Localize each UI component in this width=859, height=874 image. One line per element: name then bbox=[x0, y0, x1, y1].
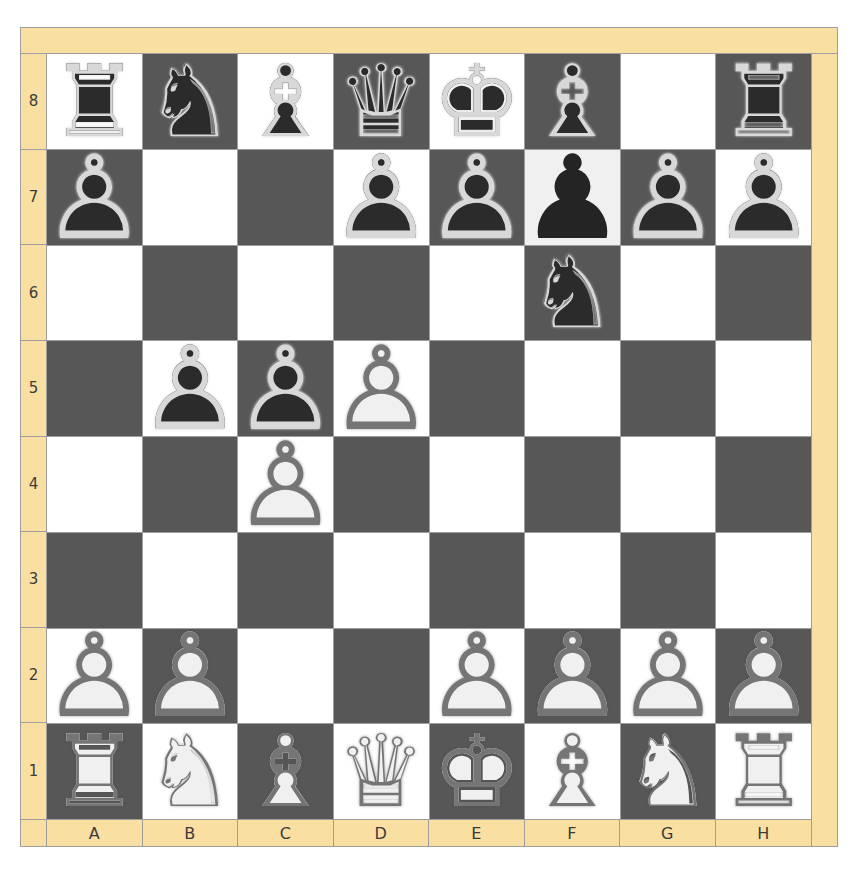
king-outline-glyph: ♔ bbox=[430, 54, 525, 149]
black-knight[interactable]: ♞♘ bbox=[525, 246, 620, 341]
pawn-glyph: ♟ bbox=[716, 150, 811, 245]
white-rook[interactable]: ♜♖ bbox=[716, 724, 811, 819]
square-a7[interactable]: ♟♙ bbox=[47, 150, 142, 245]
square-d5[interactable]: ♟♙ bbox=[334, 341, 429, 436]
square-g4[interactable] bbox=[621, 437, 716, 532]
pawn-outline-glyph: ♙ bbox=[47, 150, 142, 245]
file-label-e: E bbox=[429, 820, 525, 846]
white-pawn[interactable]: ♟♙ bbox=[334, 341, 429, 436]
rook-outline-glyph: ♖ bbox=[716, 54, 811, 149]
square-c4[interactable]: ♟♙ bbox=[238, 437, 333, 532]
pawn-glyph: ♟ bbox=[143, 341, 238, 436]
pawn-outline-glyph: ♙ bbox=[525, 629, 620, 724]
square-g8[interactable] bbox=[621, 54, 716, 149]
knight-glyph: ♞ bbox=[621, 724, 716, 819]
bishop-outline-glyph: ♗ bbox=[525, 54, 620, 149]
rook-glyph: ♜ bbox=[47, 54, 142, 149]
pawn-glyph: ♟ bbox=[143, 629, 238, 724]
pawn-glyph: ♟ bbox=[334, 341, 429, 436]
rank-label-7: 7 bbox=[21, 150, 46, 246]
black-rook[interactable]: ♜♖ bbox=[716, 54, 811, 149]
pawn-glyph: ♟ bbox=[525, 150, 620, 245]
white-rook[interactable]: ♜♖ bbox=[47, 724, 142, 819]
square-g3[interactable] bbox=[621, 533, 716, 628]
pawn-glyph: ♟ bbox=[47, 629, 142, 724]
pawn-glyph: ♟ bbox=[621, 150, 716, 245]
chess-board: ♜♖♞♘♝♗♛♕♚♔♝♗♜♖♟♙♟♙♟♙♟♟♙♟♙♞♘♟♙♟♙♟♙♟♙♟♙♟♙♟… bbox=[47, 54, 811, 819]
square-c7[interactable] bbox=[238, 150, 333, 245]
bishop-outline-glyph: ♗ bbox=[238, 54, 333, 149]
square-a8[interactable]: ♜♖ bbox=[47, 54, 142, 149]
white-bishop[interactable]: ♝♗ bbox=[238, 724, 333, 819]
black-pawn[interactable]: ♟♙ bbox=[238, 341, 333, 436]
king-outline-glyph: ♔ bbox=[430, 724, 525, 819]
square-a1[interactable]: ♜♖ bbox=[47, 724, 142, 819]
rank-label-3: 3 bbox=[21, 532, 46, 628]
file-label-h: H bbox=[716, 820, 812, 846]
king-glyph: ♚ bbox=[430, 54, 525, 149]
square-e5[interactable] bbox=[430, 341, 525, 436]
square-e6[interactable] bbox=[430, 246, 525, 341]
black-king[interactable]: ♚♔ bbox=[430, 54, 525, 149]
pawn-outline-glyph: ♙ bbox=[334, 150, 429, 245]
pawn-outline-glyph: ♙ bbox=[430, 150, 525, 245]
square-e1[interactable]: ♚♔ bbox=[430, 724, 525, 819]
square-h2[interactable]: ♟♙ bbox=[716, 629, 811, 724]
pawn-outline-glyph: ♙ bbox=[621, 150, 716, 245]
black-pawn[interactable]: ♟♙ bbox=[430, 150, 525, 245]
file-label-c: C bbox=[238, 820, 334, 846]
bishop-glyph: ♝ bbox=[238, 54, 333, 149]
frame-top-strip bbox=[21, 28, 837, 54]
pawn-outline-glyph: ♙ bbox=[238, 341, 333, 436]
square-b2[interactable]: ♟♙ bbox=[143, 629, 238, 724]
bishop-outline-glyph: ♗ bbox=[525, 724, 620, 819]
pawn-glyph: ♟ bbox=[430, 150, 525, 245]
file-label-d: D bbox=[334, 820, 430, 846]
white-pawn[interactable]: ♟♙ bbox=[716, 629, 811, 724]
square-d3[interactable] bbox=[334, 533, 429, 628]
square-g6[interactable] bbox=[621, 246, 716, 341]
square-b7[interactable] bbox=[143, 150, 238, 245]
rook-glyph: ♜ bbox=[716, 724, 811, 819]
square-b8[interactable]: ♞♘ bbox=[143, 54, 238, 149]
pawn-glyph: ♟ bbox=[430, 629, 525, 724]
square-b3[interactable] bbox=[143, 533, 238, 628]
pawn-glyph: ♟ bbox=[525, 629, 620, 724]
square-c3[interactable] bbox=[238, 533, 333, 628]
pawn-outline-glyph: ♙ bbox=[334, 341, 429, 436]
bishop-outline-glyph: ♗ bbox=[238, 724, 333, 819]
rook-outline-glyph: ♖ bbox=[716, 724, 811, 819]
knight-glyph: ♞ bbox=[143, 54, 238, 149]
rook-glyph: ♜ bbox=[716, 54, 811, 149]
pawn-outline-glyph: ♙ bbox=[238, 437, 333, 532]
rank-label-5: 5 bbox=[21, 341, 46, 437]
square-h7[interactable]: ♟♙ bbox=[716, 150, 811, 245]
rank-label-8: 8 bbox=[21, 54, 46, 150]
king-glyph: ♚ bbox=[430, 724, 525, 819]
square-a4[interactable] bbox=[47, 437, 142, 532]
pawn-outline-glyph: ♙ bbox=[716, 629, 811, 724]
pawn-outline-glyph: ♙ bbox=[47, 629, 142, 724]
knight-outline-glyph: ♘ bbox=[143, 724, 238, 819]
white-knight[interactable]: ♞♘ bbox=[621, 724, 716, 819]
square-e4[interactable] bbox=[430, 437, 525, 532]
white-pawn[interactable]: ♟♙ bbox=[621, 629, 716, 724]
rank-label-4: 4 bbox=[21, 437, 46, 533]
square-f2[interactable]: ♟♙ bbox=[525, 629, 620, 724]
square-h3[interactable] bbox=[716, 533, 811, 628]
square-b1[interactable]: ♞♘ bbox=[143, 724, 238, 819]
square-d6[interactable] bbox=[334, 246, 429, 341]
black-bishop[interactable]: ♝♗ bbox=[525, 54, 620, 149]
square-d1[interactable]: ♛♕ bbox=[334, 724, 429, 819]
square-f6[interactable]: ♞♘ bbox=[525, 246, 620, 341]
square-c1[interactable]: ♝♗ bbox=[238, 724, 333, 819]
frame-bottom-left-corner bbox=[21, 819, 47, 846]
white-king[interactable]: ♚♔ bbox=[430, 724, 525, 819]
file-labels: ABCDEFGH bbox=[47, 819, 811, 846]
black-pawn[interactable]: ♟♙ bbox=[47, 150, 142, 245]
queen-glyph: ♛ bbox=[334, 54, 429, 149]
queen-outline-glyph: ♕ bbox=[334, 724, 429, 819]
square-h4[interactable] bbox=[716, 437, 811, 532]
square-b4[interactable] bbox=[143, 437, 238, 532]
pawn-glyph: ♟ bbox=[47, 150, 142, 245]
board-frame: 87654321 ♜♖♞♘♝♗♛♕♚♔♝♗♜♖♟♙♟♙♟♙♟♟♙♟♙♞♘♟♙♟♙… bbox=[20, 27, 838, 847]
white-pawn[interactable]: ♟♙ bbox=[47, 629, 142, 724]
white-knight[interactable]: ♞♘ bbox=[143, 724, 238, 819]
frame-right-strip bbox=[811, 54, 837, 846]
rook-glyph: ♜ bbox=[47, 724, 142, 819]
square-b6[interactable] bbox=[143, 246, 238, 341]
square-e3[interactable] bbox=[430, 533, 525, 628]
square-a2[interactable]: ♟♙ bbox=[47, 629, 142, 724]
square-c2[interactable] bbox=[238, 629, 333, 724]
file-label-a: A bbox=[47, 820, 143, 846]
square-h1[interactable]: ♜♖ bbox=[716, 724, 811, 819]
square-h5[interactable] bbox=[716, 341, 811, 436]
square-f8[interactable]: ♝♗ bbox=[525, 54, 620, 149]
pawn-outline-glyph: ♙ bbox=[143, 629, 238, 724]
square-f7[interactable]: ♟ bbox=[525, 150, 620, 245]
black-rook[interactable]: ♜♖ bbox=[47, 54, 142, 149]
file-label-f: F bbox=[525, 820, 621, 846]
knight-outline-glyph: ♘ bbox=[143, 54, 238, 149]
knight-glyph: ♞ bbox=[525, 246, 620, 341]
rank-labels: 87654321 bbox=[21, 54, 47, 819]
square-c6[interactable] bbox=[238, 246, 333, 341]
knight-outline-glyph: ♘ bbox=[525, 246, 620, 341]
square-e8[interactable]: ♚♔ bbox=[430, 54, 525, 149]
pawn-glyph: ♟ bbox=[716, 629, 811, 724]
square-e7[interactable]: ♟♙ bbox=[430, 150, 525, 245]
black-pawn[interactable]: ♟ bbox=[525, 150, 620, 245]
square-g7[interactable]: ♟♙ bbox=[621, 150, 716, 245]
square-g1[interactable]: ♞♘ bbox=[621, 724, 716, 819]
white-bishop[interactable]: ♝♗ bbox=[525, 724, 620, 819]
white-pawn[interactable]: ♟♙ bbox=[525, 629, 620, 724]
black-pawn[interactable]: ♟♙ bbox=[143, 341, 238, 436]
rank-label-1: 1 bbox=[21, 723, 46, 819]
rook-outline-glyph: ♖ bbox=[47, 54, 142, 149]
square-b5[interactable]: ♟♙ bbox=[143, 341, 238, 436]
pawn-outline-glyph: ♙ bbox=[143, 341, 238, 436]
white-pawn[interactable]: ♟♙ bbox=[430, 629, 525, 724]
square-c5[interactable]: ♟♙ bbox=[238, 341, 333, 436]
square-g2[interactable]: ♟♙ bbox=[621, 629, 716, 724]
square-h8[interactable]: ♜♖ bbox=[716, 54, 811, 149]
black-bishop[interactable]: ♝♗ bbox=[238, 54, 333, 149]
square-f3[interactable] bbox=[525, 533, 620, 628]
knight-glyph: ♞ bbox=[143, 724, 238, 819]
white-queen[interactable]: ♛♕ bbox=[334, 724, 429, 819]
black-pawn[interactable]: ♟♙ bbox=[621, 150, 716, 245]
square-a5[interactable] bbox=[47, 341, 142, 436]
pawn-glyph: ♟ bbox=[238, 341, 333, 436]
black-queen[interactable]: ♛♕ bbox=[334, 54, 429, 149]
square-f4[interactable] bbox=[525, 437, 620, 532]
square-c8[interactable]: ♝♗ bbox=[238, 54, 333, 149]
bishop-glyph: ♝ bbox=[238, 724, 333, 819]
square-g5[interactable] bbox=[621, 341, 716, 436]
pawn-glyph: ♟ bbox=[334, 150, 429, 245]
square-f5[interactable] bbox=[525, 341, 620, 436]
file-label-g: G bbox=[620, 820, 716, 846]
rook-outline-glyph: ♖ bbox=[47, 724, 142, 819]
square-f1[interactable]: ♝♗ bbox=[525, 724, 620, 819]
bishop-glyph: ♝ bbox=[525, 724, 620, 819]
rank-label-2: 2 bbox=[21, 628, 46, 724]
black-pawn[interactable]: ♟♙ bbox=[334, 150, 429, 245]
knight-outline-glyph: ♘ bbox=[621, 724, 716, 819]
pawn-outline-glyph: ♙ bbox=[621, 629, 716, 724]
square-a6[interactable] bbox=[47, 246, 142, 341]
pawn-outline-glyph: ♙ bbox=[430, 629, 525, 724]
square-d8[interactable]: ♛♕ bbox=[334, 54, 429, 149]
queen-glyph: ♛ bbox=[334, 724, 429, 819]
square-d2[interactable] bbox=[334, 629, 429, 724]
white-pawn[interactable]: ♟♙ bbox=[238, 437, 333, 532]
page: 87654321 ♜♖♞♘♝♗♛♕♚♔♝♗♜♖♟♙♟♙♟♙♟♟♙♟♙♞♘♟♙♟♙… bbox=[0, 0, 859, 874]
rank-label-6: 6 bbox=[21, 245, 46, 341]
square-d4[interactable] bbox=[334, 437, 429, 532]
queen-outline-glyph: ♕ bbox=[334, 54, 429, 149]
pawn-glyph: ♟ bbox=[621, 629, 716, 724]
white-pawn[interactable]: ♟♙ bbox=[143, 629, 238, 724]
square-a3[interactable] bbox=[47, 533, 142, 628]
square-e2[interactable]: ♟♙ bbox=[430, 629, 525, 724]
black-knight[interactable]: ♞♘ bbox=[143, 54, 238, 149]
square-d7[interactable]: ♟♙ bbox=[334, 150, 429, 245]
square-h6[interactable] bbox=[716, 246, 811, 341]
pawn-glyph: ♟ bbox=[238, 437, 333, 532]
bishop-glyph: ♝ bbox=[525, 54, 620, 149]
black-pawn[interactable]: ♟♙ bbox=[716, 150, 811, 245]
pawn-outline-glyph: ♙ bbox=[716, 150, 811, 245]
file-label-b: B bbox=[143, 820, 239, 846]
